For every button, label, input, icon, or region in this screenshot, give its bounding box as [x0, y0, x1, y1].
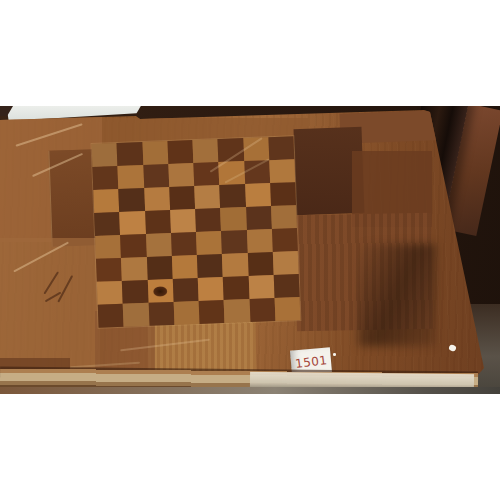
- board-square: [172, 255, 198, 279]
- board-square: [196, 231, 222, 255]
- board-square: [273, 274, 299, 298]
- board-square: [198, 277, 224, 301]
- board-square: [220, 207, 246, 231]
- board-square: [274, 297, 300, 321]
- board-square: [192, 139, 218, 163]
- board-square: [169, 186, 195, 210]
- board-square: [219, 184, 245, 208]
- board-square: [146, 256, 172, 280]
- table-edge-shadow: [0, 387, 500, 394]
- board-square: [268, 136, 294, 160]
- board-square: [93, 189, 119, 213]
- board-square: [249, 298, 275, 322]
- board-square: [245, 183, 271, 207]
- board-square: [119, 211, 145, 235]
- board-square: [271, 205, 297, 229]
- board-square: [148, 302, 174, 326]
- board-square: [144, 187, 170, 211]
- board-square: [222, 253, 248, 277]
- games-table-top: 1501: [0, 106, 500, 394]
- board-square: [194, 185, 220, 209]
- board-square: [273, 251, 299, 275]
- board-square: [171, 232, 197, 256]
- checkerboard: [92, 136, 301, 328]
- board-square: [98, 304, 124, 328]
- board-square: [270, 182, 296, 206]
- board-square: [197, 254, 223, 278]
- photo-frame: 1501: [0, 106, 500, 394]
- board-square: [96, 258, 122, 282]
- board-square: [224, 299, 250, 323]
- board-square: [143, 164, 169, 188]
- board-square: [123, 303, 149, 327]
- board-square: [272, 228, 298, 252]
- board-square: [170, 209, 196, 233]
- board-square: [145, 210, 171, 234]
- board-square: [199, 300, 225, 324]
- board-square: [97, 281, 123, 305]
- board-square: [246, 206, 272, 230]
- board-square: [167, 140, 193, 164]
- board-square: [221, 230, 247, 254]
- board-square: [121, 257, 147, 281]
- board-square: [173, 278, 199, 302]
- board-square: [142, 141, 168, 165]
- board-square: [168, 163, 194, 187]
- board-square: [147, 279, 173, 303]
- lot-number-text: 1501: [294, 353, 328, 371]
- board-square: [94, 212, 120, 236]
- board-square: [223, 276, 249, 300]
- screenshot-canvas: 1501: [0, 0, 500, 500]
- board-square: [246, 229, 272, 253]
- paint-speck: [333, 353, 336, 356]
- board-square: [118, 165, 144, 189]
- board-square: [92, 143, 118, 167]
- board-square: [195, 208, 221, 232]
- shadow-patch: [358, 244, 436, 346]
- wood-panel: [0, 238, 100, 376]
- board-square: [117, 142, 143, 166]
- board-square: [92, 166, 118, 190]
- board-square: [122, 280, 148, 304]
- board-square: [146, 233, 172, 257]
- board-square: [95, 235, 121, 259]
- board-square: [120, 234, 146, 258]
- board-square: [173, 301, 199, 325]
- wood-knot: [153, 286, 167, 297]
- board-square: [119, 188, 145, 212]
- board-square: [269, 159, 295, 183]
- board-square: [247, 252, 273, 276]
- board-square: [248, 275, 274, 299]
